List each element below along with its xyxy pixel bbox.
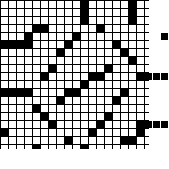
- cell-r7c10[interactable]: [81, 57, 88, 64]
- cell-r15c0[interactable]: [1, 121, 8, 128]
- cell-r8c20[interactable]: [161, 65, 168, 72]
- cell-r14c1[interactable]: [9, 113, 16, 120]
- cell-r5c9[interactable]: [73, 41, 80, 48]
- cell-r18c7[interactable]: [57, 145, 64, 149]
- cell-r15c15[interactable]: [121, 121, 128, 128]
- cell-r7c7[interactable]: [57, 57, 64, 64]
- cell-r12c16[interactable]: [129, 97, 136, 104]
- cell-r17c6[interactable]: [49, 137, 56, 144]
- cell-r17c12[interactable]: [97, 137, 104, 144]
- cell-r5c12[interactable]: [97, 41, 104, 48]
- cell-r17c5[interactable]: [41, 137, 48, 144]
- cell-r4c5[interactable]: [41, 33, 48, 40]
- cell-r10c4[interactable]: [33, 81, 40, 88]
- cell-r18c2[interactable]: [17, 145, 24, 149]
- cell-r10c6[interactable]: [49, 81, 56, 88]
- cell-r11c5[interactable]: [41, 89, 48, 96]
- cell-r7c8[interactable]: [65, 57, 72, 64]
- cell-r18c8[interactable]: [65, 145, 72, 149]
- cell-r1c3[interactable]: [25, 9, 32, 16]
- cell-r16c1[interactable]: [9, 129, 16, 136]
- cell-r14c4[interactable]: [33, 113, 40, 120]
- cell-r6c3[interactable]: [25, 49, 32, 56]
- cell-r3c17[interactable]: [137, 25, 144, 32]
- cell-r16c12[interactable]: [97, 129, 104, 136]
- cell-r13c17[interactable]: [137, 105, 144, 112]
- cell-r5c11[interactable]: [89, 41, 96, 48]
- cell-r4c6[interactable]: [49, 33, 56, 40]
- cell-r11c10[interactable]: [81, 89, 88, 96]
- cell-r1c9[interactable]: [73, 9, 80, 16]
- cell-r18c12[interactable]: [97, 145, 104, 149]
- cell-r18c15[interactable]: [121, 145, 128, 149]
- cell-r2c8[interactable]: [65, 17, 72, 24]
- cell-r12c10[interactable]: [81, 97, 88, 104]
- cell-r15c7[interactable]: [57, 121, 64, 128]
- cell-r13c15[interactable]: [121, 105, 128, 112]
- cell-r3c8[interactable]: [65, 25, 72, 32]
- cell-r14c2[interactable]: [17, 113, 24, 120]
- cell-r2c1[interactable]: [9, 17, 16, 24]
- cell-r17c3[interactable]: [25, 137, 32, 144]
- cell-r14c11[interactable]: [89, 113, 96, 120]
- cell-r8c7[interactable]: [57, 65, 64, 72]
- cell-r15c1[interactable]: [9, 121, 16, 128]
- cell-r14c19[interactable]: [153, 113, 160, 120]
- cell-r7c5[interactable]: [41, 57, 48, 64]
- cell-r18c11[interactable]: [89, 145, 96, 149]
- cell-r6c12[interactable]: [97, 49, 104, 56]
- cell-r4c13[interactable]: [105, 33, 112, 40]
- cell-r15c16[interactable]: [129, 121, 136, 128]
- cell-r15c4[interactable]: [33, 121, 40, 128]
- cell-r0c11[interactable]: [89, 1, 96, 8]
- cell-r0c15[interactable]: [121, 1, 128, 8]
- cell-r4c12[interactable]: [97, 33, 104, 40]
- cell-r15c5[interactable]: [41, 121, 48, 128]
- cell-r9c8[interactable]: [65, 73, 72, 80]
- cell-r11c17[interactable]: [137, 89, 144, 96]
- cell-r1c2[interactable]: [17, 9, 24, 16]
- cell-r9c1[interactable]: [9, 73, 16, 80]
- cell-r12c8[interactable]: [65, 97, 72, 104]
- cell-r11c11[interactable]: [89, 89, 96, 96]
- cell-r16c20[interactable]: [161, 129, 168, 136]
- cell-r8c10[interactable]: [81, 65, 88, 72]
- cell-r1c12[interactable]: [97, 9, 104, 16]
- cell-r12c4[interactable]: [33, 97, 40, 104]
- cell-r10c16[interactable]: [129, 81, 136, 88]
- cell-r12c17[interactable]: [137, 97, 144, 104]
- cell-r17c10[interactable]: [81, 137, 88, 144]
- cell-r2c14[interactable]: [113, 17, 120, 24]
- cell-r16c13[interactable]: [105, 129, 112, 136]
- cell-r6c9[interactable]: [73, 49, 80, 56]
- cell-r17c19[interactable]: [153, 137, 160, 144]
- cell-r5c7[interactable]: [57, 41, 64, 48]
- cell-r6c14[interactable]: [113, 49, 120, 56]
- cell-r15c8[interactable]: [65, 121, 72, 128]
- cell-r2c12[interactable]: [97, 17, 104, 24]
- cell-r12c11[interactable]: [89, 97, 96, 104]
- cell-r18c18[interactable]: [145, 145, 152, 149]
- cell-r2c19[interactable]: [153, 17, 160, 24]
- cell-r13c5[interactable]: [41, 105, 48, 112]
- cell-r4c15[interactable]: [121, 33, 128, 40]
- cell-r9c16[interactable]: [129, 73, 136, 80]
- cell-r8c11[interactable]: [89, 65, 96, 72]
- cell-r13c1[interactable]: [9, 105, 16, 112]
- cell-r6c2[interactable]: [17, 49, 24, 56]
- cell-r3c19[interactable]: [153, 25, 160, 32]
- cell-r7c6[interactable]: [49, 57, 56, 64]
- cell-r18c17[interactable]: [137, 145, 144, 149]
- cell-r6c8[interactable]: [65, 49, 72, 56]
- cell-r12c0[interactable]: [1, 97, 8, 104]
- cell-r18c6[interactable]: [49, 145, 56, 149]
- cell-r0c9[interactable]: [73, 1, 80, 8]
- cell-r4c4[interactable]: [33, 33, 40, 40]
- cell-r1c20[interactable]: [161, 9, 168, 16]
- cell-r8c8[interactable]: [65, 65, 72, 72]
- cell-r14c17[interactable]: [137, 113, 144, 120]
- cell-r1c8[interactable]: [65, 9, 72, 16]
- cell-r14c18[interactable]: [145, 113, 152, 120]
- cell-r2c11[interactable]: [89, 17, 96, 24]
- cell-r10c11[interactable]: [89, 81, 96, 88]
- cell-r11c18[interactable]: [145, 89, 152, 96]
- cell-r16c2[interactable]: [17, 129, 24, 136]
- cell-r15c2[interactable]: [17, 121, 24, 128]
- cell-r5c13[interactable]: [105, 41, 112, 48]
- cell-r5c18[interactable]: [145, 41, 152, 48]
- cell-r1c11[interactable]: [89, 9, 96, 16]
- cell-r5c15[interactable]: [121, 41, 128, 48]
- cell-r15c11[interactable]: [89, 121, 96, 128]
- cell-r8c14[interactable]: [113, 65, 120, 72]
- cell-r17c9[interactable]: [73, 137, 80, 144]
- cell-r17c17[interactable]: [137, 137, 144, 144]
- cell-r18c20[interactable]: [161, 145, 168, 149]
- cell-r4c1[interactable]: [9, 33, 16, 40]
- cell-r16c15[interactable]: [121, 129, 128, 136]
- cell-r7c20[interactable]: [161, 57, 168, 64]
- cell-r14c7[interactable]: [57, 113, 64, 120]
- cell-r13c11[interactable]: [89, 105, 96, 112]
- cell-r10c15[interactable]: [121, 81, 128, 88]
- cell-r4c16[interactable]: [129, 33, 136, 40]
- cell-r3c16[interactable]: [129, 25, 136, 32]
- cell-r5c10[interactable]: [81, 41, 88, 48]
- cell-r0c7[interactable]: [57, 1, 64, 8]
- cell-r10c8[interactable]: [65, 81, 72, 88]
- cell-r15c13[interactable]: [105, 121, 112, 128]
- cell-r11c16[interactable]: [129, 89, 136, 96]
- cell-r11c14[interactable]: [113, 89, 120, 96]
- cell-r6c19[interactable]: [153, 49, 160, 56]
- cell-r10c9[interactable]: [73, 81, 80, 88]
- cell-r15c9[interactable]: [73, 121, 80, 128]
- cell-r1c6[interactable]: [49, 9, 56, 16]
- cell-r11c7[interactable]: [57, 89, 64, 96]
- cell-r6c20[interactable]: [161, 49, 168, 56]
- cell-r4c2[interactable]: [17, 33, 24, 40]
- cell-r4c19[interactable]: [153, 33, 160, 40]
- cell-r13c3[interactable]: [25, 105, 32, 112]
- cell-r8c1[interactable]: [9, 65, 16, 72]
- cell-r9c13[interactable]: [105, 73, 112, 80]
- cell-r9c10[interactable]: [81, 73, 88, 80]
- cell-r9c4[interactable]: [33, 73, 40, 80]
- cell-r0c13[interactable]: [105, 1, 112, 8]
- cell-r17c7[interactable]: [57, 137, 64, 144]
- cell-r10c17[interactable]: [137, 81, 144, 88]
- cell-r8c9[interactable]: [73, 65, 80, 72]
- cell-r13c13[interactable]: [105, 105, 112, 112]
- cell-r10c0[interactable]: [1, 81, 8, 88]
- cell-r0c14[interactable]: [113, 1, 120, 8]
- cell-r4c18[interactable]: [145, 33, 152, 40]
- cell-r6c11[interactable]: [89, 49, 96, 56]
- cell-r5c16[interactable]: [129, 41, 136, 48]
- cell-r6c6[interactable]: [49, 49, 56, 56]
- cell-r2c18[interactable]: [145, 17, 152, 24]
- cell-r1c19[interactable]: [153, 9, 160, 16]
- cell-r6c17[interactable]: [137, 49, 144, 56]
- cell-r7c1[interactable]: [9, 57, 16, 64]
- cell-r2c9[interactable]: [73, 17, 80, 24]
- cell-r17c14[interactable]: [113, 137, 120, 144]
- cell-r17c11[interactable]: [89, 137, 96, 144]
- cell-r9c9[interactable]: [73, 73, 80, 80]
- cell-r10c1[interactable]: [9, 81, 16, 88]
- cell-r8c19[interactable]: [153, 65, 160, 72]
- cell-r14c12[interactable]: [97, 113, 104, 120]
- cell-r3c10[interactable]: [81, 25, 88, 32]
- cell-r17c2[interactable]: [17, 137, 24, 144]
- cell-r13c12[interactable]: [97, 105, 104, 112]
- cell-r5c19[interactable]: [153, 41, 160, 48]
- cell-r8c4[interactable]: [33, 65, 40, 72]
- cell-r7c9[interactable]: [73, 57, 80, 64]
- cell-r10c12[interactable]: [97, 81, 104, 88]
- cell-r12c5[interactable]: [41, 97, 48, 104]
- cell-r13c20[interactable]: [161, 105, 168, 112]
- cell-r1c4[interactable]: [33, 9, 40, 16]
- cell-r12c18[interactable]: [145, 97, 152, 104]
- cell-r9c3[interactable]: [25, 73, 32, 80]
- cell-r8c0[interactable]: [1, 65, 8, 72]
- cell-r7c15[interactable]: [121, 57, 128, 64]
- cell-r13c18[interactable]: [145, 105, 152, 112]
- cell-r4c14[interactable]: [113, 33, 120, 40]
- cell-r10c20[interactable]: [161, 81, 168, 88]
- cell-r1c15[interactable]: [121, 9, 128, 16]
- cell-r8c15[interactable]: [121, 65, 128, 72]
- cell-r8c2[interactable]: [17, 65, 24, 72]
- cell-r2c6[interactable]: [49, 17, 56, 24]
- cell-r7c4[interactable]: [33, 57, 40, 64]
- cell-r0c17[interactable]: [137, 1, 144, 8]
- cell-r0c5[interactable]: [41, 1, 48, 8]
- cell-r8c3[interactable]: [25, 65, 32, 72]
- cell-r1c13[interactable]: [105, 9, 112, 16]
- cell-r1c0[interactable]: [1, 9, 8, 16]
- cell-r1c14[interactable]: [113, 9, 120, 16]
- cell-r16c19[interactable]: [153, 129, 160, 136]
- cell-r13c9[interactable]: [73, 105, 80, 112]
- cell-r17c1[interactable]: [9, 137, 16, 144]
- cell-r16c16[interactable]: [129, 129, 136, 136]
- cell-r4c11[interactable]: [89, 33, 96, 40]
- cell-r16c10[interactable]: [81, 129, 88, 136]
- cell-r1c18[interactable]: [145, 9, 152, 16]
- cell-r14c8[interactable]: [65, 113, 72, 120]
- cell-r3c0[interactable]: [1, 25, 8, 32]
- cell-r16c3[interactable]: [25, 129, 32, 136]
- cell-r3c1[interactable]: [9, 25, 16, 32]
- cell-r3c18[interactable]: [145, 25, 152, 32]
- cell-r15c10[interactable]: [81, 121, 88, 128]
- cell-r18c9[interactable]: [73, 145, 80, 149]
- cell-r9c6[interactable]: [49, 73, 56, 80]
- cell-r14c20[interactable]: [161, 113, 168, 120]
- cell-r12c15[interactable]: [121, 97, 128, 104]
- cell-r7c11[interactable]: [89, 57, 96, 64]
- cell-r11c13[interactable]: [105, 89, 112, 96]
- cell-r3c14[interactable]: [113, 25, 120, 32]
- cell-r15c14[interactable]: [113, 121, 120, 128]
- cell-r3c15[interactable]: [121, 25, 128, 32]
- cell-r8c17[interactable]: [137, 65, 144, 72]
- cell-r3c20[interactable]: [161, 25, 168, 32]
- cell-r13c2[interactable]: [17, 105, 24, 112]
- cell-r9c2[interactable]: [17, 73, 24, 80]
- cell-r16c9[interactable]: [73, 129, 80, 136]
- cell-r3c3[interactable]: [25, 25, 32, 32]
- cell-r0c3[interactable]: [25, 1, 32, 8]
- cell-r10c5[interactable]: [41, 81, 48, 88]
- cell-r0c1[interactable]: [9, 1, 16, 8]
- cell-r5c6[interactable]: [49, 41, 56, 48]
- cell-r7c19[interactable]: [153, 57, 160, 64]
- cell-r0c8[interactable]: [65, 1, 72, 8]
- cell-r10c7[interactable]: [57, 81, 64, 88]
- cell-r13c7[interactable]: [57, 105, 64, 112]
- cell-r8c5[interactable]: [41, 65, 48, 72]
- cell-r10c13[interactable]: [105, 81, 112, 88]
- cell-r3c6[interactable]: [49, 25, 56, 32]
- cell-r18c5[interactable]: [41, 145, 48, 149]
- cell-r12c19[interactable]: [153, 97, 160, 104]
- cell-r9c7[interactable]: [57, 73, 64, 80]
- cell-r13c10[interactable]: [81, 105, 88, 112]
- cell-r2c13[interactable]: [105, 17, 112, 24]
- cell-r0c19[interactable]: [153, 1, 160, 8]
- cell-r16c5[interactable]: [41, 129, 48, 136]
- cell-r5c20[interactable]: [161, 41, 168, 48]
- cell-r9c0[interactable]: [1, 73, 8, 80]
- cell-r14c6[interactable]: [49, 113, 56, 120]
- cell-r14c3[interactable]: [25, 113, 32, 120]
- cell-r17c20[interactable]: [161, 137, 168, 144]
- cell-r18c1[interactable]: [9, 145, 16, 149]
- cell-r0c12[interactable]: [97, 1, 104, 8]
- cell-r14c9[interactable]: [73, 113, 80, 120]
- cell-r17c0[interactable]: [1, 137, 8, 144]
- cell-r7c2[interactable]: [17, 57, 24, 64]
- cell-r6c18[interactable]: [145, 49, 152, 56]
- cell-r17c13[interactable]: [105, 137, 112, 144]
- cell-r11c6[interactable]: [49, 89, 56, 96]
- cell-r7c12[interactable]: [97, 57, 104, 64]
- cell-r3c9[interactable]: [73, 25, 80, 32]
- cell-r18c19[interactable]: [153, 145, 160, 149]
- cell-r17c18[interactable]: [145, 137, 152, 144]
- cell-r5c17[interactable]: [137, 41, 144, 48]
- cell-r12c1[interactable]: [9, 97, 16, 104]
- cell-r0c0[interactable]: [1, 1, 8, 8]
- cell-r11c12[interactable]: [97, 89, 104, 96]
- cell-r12c13[interactable]: [105, 97, 112, 104]
- cell-r14c16[interactable]: [129, 113, 136, 120]
- cell-r18c3[interactable]: [25, 145, 32, 149]
- cell-r13c0[interactable]: [1, 105, 8, 112]
- cell-r15c3[interactable]: [25, 121, 32, 128]
- cell-r2c15[interactable]: [121, 17, 128, 24]
- cell-r16c8[interactable]: [65, 129, 72, 136]
- cell-r1c5[interactable]: [41, 9, 48, 16]
- cell-r10c3[interactable]: [25, 81, 32, 88]
- cell-r0c6[interactable]: [49, 1, 56, 8]
- cell-r2c17[interactable]: [137, 17, 144, 24]
- cell-r4c0[interactable]: [1, 33, 8, 40]
- cell-r14c15[interactable]: [121, 113, 128, 120]
- cell-r13c8[interactable]: [65, 105, 72, 112]
- cell-r2c0[interactable]: [1, 17, 8, 24]
- cell-r8c18[interactable]: [145, 65, 152, 72]
- cell-r2c3[interactable]: [25, 17, 32, 24]
- cell-r7c13[interactable]: [105, 57, 112, 64]
- cell-r18c0[interactable]: [1, 145, 8, 149]
- cell-r10c18[interactable]: [145, 81, 152, 88]
- cell-r3c11[interactable]: [89, 25, 96, 32]
- cell-r6c1[interactable]: [9, 49, 16, 56]
- cell-r6c4[interactable]: [33, 49, 40, 56]
- cell-r1c1[interactable]: [9, 9, 16, 16]
- cell-r2c5[interactable]: [41, 17, 48, 24]
- cell-r13c14[interactable]: [113, 105, 120, 112]
- cell-r6c5[interactable]: [41, 49, 48, 56]
- cell-r11c4[interactable]: [33, 89, 40, 96]
- cell-r17c4[interactable]: [33, 137, 40, 144]
- cell-r9c15[interactable]: [121, 73, 128, 80]
- cell-r10c19[interactable]: [153, 81, 160, 88]
- cell-r12c6[interactable]: [49, 97, 56, 104]
- cell-r4c8[interactable]: [65, 33, 72, 40]
- cell-r6c0[interactable]: [1, 49, 8, 56]
- cell-r6c13[interactable]: [105, 49, 112, 56]
- cell-r5c5[interactable]: [41, 41, 48, 48]
- cell-r14c0[interactable]: [1, 113, 8, 120]
- cell-r2c7[interactable]: [57, 17, 64, 24]
- cell-r18c16[interactable]: [129, 145, 136, 149]
- cell-r10c2[interactable]: [17, 81, 24, 88]
- cell-r0c4[interactable]: [33, 1, 40, 8]
- cell-r0c20[interactable]: [161, 1, 168, 8]
- cell-r4c7[interactable]: [57, 33, 64, 40]
- cell-r1c17[interactable]: [137, 9, 144, 16]
